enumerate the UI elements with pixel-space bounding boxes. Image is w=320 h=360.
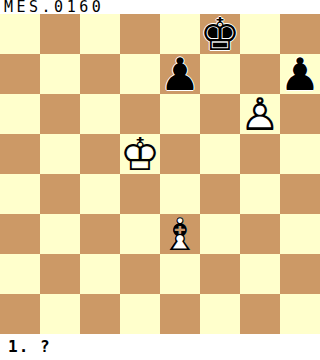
square-c2[interactable]: [80, 254, 120, 294]
square-h4[interactable]: [280, 174, 320, 214]
black-pawn: ♟: [280, 54, 320, 94]
square-b7[interactable]: [40, 54, 80, 94]
square-d7[interactable]: [120, 54, 160, 94]
white-king-glyph: ♚: [120, 134, 160, 174]
square-h8[interactable]: [280, 14, 320, 54]
square-a5[interactable]: [0, 134, 40, 174]
chess-board: ♚♟♟♟♙♚♔♝♗: [0, 14, 320, 334]
square-d4[interactable]: [120, 174, 160, 214]
black-king-glyph: ♚: [200, 14, 240, 54]
square-d6[interactable]: [120, 94, 160, 134]
chess-diagram-window: MES.0160 ♚♟♟♟♙♚♔♝♗ 1. ?: [0, 0, 320, 360]
square-h1[interactable]: [280, 294, 320, 334]
square-e7[interactable]: ♟: [160, 54, 200, 94]
square-b1[interactable]: [40, 294, 80, 334]
square-g8[interactable]: [240, 14, 280, 54]
square-f6[interactable]: [200, 94, 240, 134]
square-d2[interactable]: [120, 254, 160, 294]
square-f7[interactable]: [200, 54, 240, 94]
white-bishop: ♝♗: [160, 214, 200, 254]
square-a2[interactable]: [0, 254, 40, 294]
square-f3[interactable]: [200, 214, 240, 254]
square-b6[interactable]: [40, 94, 80, 134]
square-h6[interactable]: [280, 94, 320, 134]
square-c4[interactable]: [80, 174, 120, 214]
white-king: ♚♔: [120, 134, 160, 174]
square-a7[interactable]: [0, 54, 40, 94]
square-h2[interactable]: [280, 254, 320, 294]
square-d8[interactable]: [120, 14, 160, 54]
square-b2[interactable]: [40, 254, 80, 294]
white-pawn-outline-icon: ♙: [240, 94, 280, 134]
square-g4[interactable]: [240, 174, 280, 214]
square-c8[interactable]: [80, 14, 120, 54]
black-pawn-glyph: ♟: [160, 54, 200, 94]
square-d5[interactable]: ♚♔: [120, 134, 160, 174]
square-c5[interactable]: [80, 134, 120, 174]
square-c6[interactable]: [80, 94, 120, 134]
square-h5[interactable]: [280, 134, 320, 174]
white-pawn: ♟♙: [240, 94, 280, 134]
black-pawn-glyph: ♟: [280, 54, 320, 94]
square-b5[interactable]: [40, 134, 80, 174]
move-prompt: 1. ?: [8, 338, 51, 358]
square-e4[interactable]: [160, 174, 200, 214]
diagram-title: MES.0160: [4, 0, 104, 14]
white-bishop-outline-icon: ♗: [160, 214, 200, 254]
square-b3[interactable]: [40, 214, 80, 254]
square-a3[interactable]: [0, 214, 40, 254]
square-g1[interactable]: [240, 294, 280, 334]
square-b8[interactable]: [40, 14, 80, 54]
square-c7[interactable]: [80, 54, 120, 94]
square-g3[interactable]: [240, 214, 280, 254]
square-f2[interactable]: [200, 254, 240, 294]
square-e5[interactable]: [160, 134, 200, 174]
square-b4[interactable]: [40, 174, 80, 214]
square-g5[interactable]: [240, 134, 280, 174]
square-h3[interactable]: [280, 214, 320, 254]
square-e3[interactable]: ♝♗: [160, 214, 200, 254]
square-e8[interactable]: [160, 14, 200, 54]
square-d1[interactable]: [120, 294, 160, 334]
white-bishop-glyph: ♝: [160, 214, 200, 254]
square-d3[interactable]: [120, 214, 160, 254]
square-e6[interactable]: [160, 94, 200, 134]
white-king-outline-icon: ♔: [120, 134, 160, 174]
square-a8[interactable]: [0, 14, 40, 54]
square-h7[interactable]: ♟: [280, 54, 320, 94]
black-king: ♚: [200, 14, 240, 54]
square-g2[interactable]: [240, 254, 280, 294]
square-a6[interactable]: [0, 94, 40, 134]
white-pawn-glyph: ♟: [240, 94, 280, 134]
square-g7[interactable]: [240, 54, 280, 94]
square-a4[interactable]: [0, 174, 40, 214]
square-f8[interactable]: ♚: [200, 14, 240, 54]
square-c1[interactable]: [80, 294, 120, 334]
square-c3[interactable]: [80, 214, 120, 254]
square-e1[interactable]: [160, 294, 200, 334]
square-f5[interactable]: [200, 134, 240, 174]
square-f1[interactable]: [200, 294, 240, 334]
black-pawn: ♟: [160, 54, 200, 94]
square-e2[interactable]: [160, 254, 200, 294]
square-g6[interactable]: ♟♙: [240, 94, 280, 134]
square-a1[interactable]: [0, 294, 40, 334]
square-f4[interactable]: [200, 174, 240, 214]
